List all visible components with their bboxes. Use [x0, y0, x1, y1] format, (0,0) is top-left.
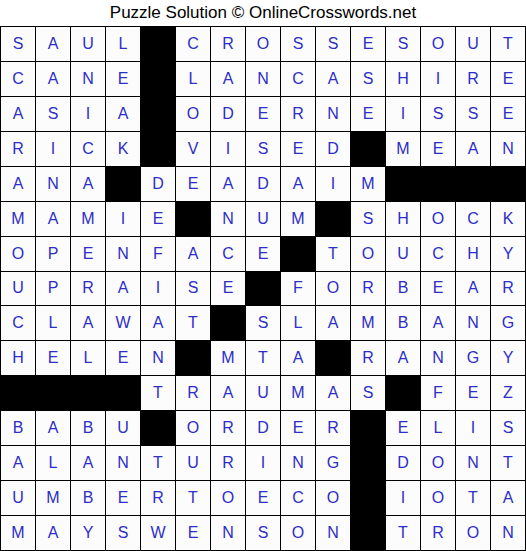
grid-cell-r14c1: U [1, 481, 36, 516]
grid-cell-r15c2: A [36, 516, 71, 551]
grid-cell-r7c9 [281, 237, 316, 272]
grid-cell-r11c8: U [246, 376, 281, 411]
grid-cell-r7c3: E [71, 237, 106, 272]
grid-cell-r10c9: A [281, 341, 316, 376]
grid-cell-r2c14: R [456, 62, 491, 97]
grid-cell-r14c2: M [36, 481, 71, 516]
grid-cell-r8c3: R [71, 272, 106, 307]
grid-cell-r1c14: U [456, 27, 491, 62]
grid-cell-r6c1: M [1, 202, 36, 237]
grid-cell-r10c5: N [141, 341, 176, 376]
grid-cell-r11c6: R [176, 376, 211, 411]
grid-cell-r14c8: E [246, 481, 281, 516]
grid-cell-r14c4: E [106, 481, 141, 516]
grid-cell-r13c10: G [316, 446, 351, 481]
grid-cell-r12c13: L [421, 411, 456, 446]
grid-cell-r7c14: H [456, 237, 491, 272]
grid-cell-r12c8: D [246, 411, 281, 446]
grid-cell-r15c5: W [141, 516, 176, 551]
grid-cell-r13c5: T [141, 446, 176, 481]
grid-cell-r5c6: E [176, 167, 211, 202]
grid-cell-r4c3: C [71, 132, 106, 167]
grid-cell-r6c11: S [351, 202, 386, 237]
grid-cell-r2c8: N [246, 62, 281, 97]
grid-cell-r7c7: C [211, 237, 246, 272]
grid-cell-r13c3: A [71, 446, 106, 481]
grid-cell-r1c15: T [491, 27, 526, 62]
grid-cell-r15c1: M [1, 516, 36, 551]
grid-cell-r4c12: M [386, 132, 421, 167]
grid-cell-r3c5 [141, 97, 176, 132]
grid-cell-r11c3 [71, 376, 106, 411]
grid-cell-r14c10: O [316, 481, 351, 516]
grid-cell-r1c11: E [351, 27, 386, 62]
grid-cell-r15c6: E [176, 516, 211, 551]
grid-cell-r15c9: O [281, 516, 316, 551]
grid-cell-r5c12 [386, 167, 421, 202]
grid-cell-r14c3: B [71, 481, 106, 516]
grid-cell-r8c15: R [491, 272, 526, 307]
grid-cell-r8c14: A [456, 272, 491, 307]
grid-cell-r11c14: E [456, 376, 491, 411]
grid-cell-r6c13: O [421, 202, 456, 237]
grid-cell-r11c13: F [421, 376, 456, 411]
grid-cell-r8c4: A [106, 272, 141, 307]
grid-cell-r1c9: S [281, 27, 316, 62]
grid-cell-r2c13: I [421, 62, 456, 97]
grid-cell-r7c8: E [246, 237, 281, 272]
crossword-grid: SAULCROSSESOUTCANELANCASHIREASIAODERNEIS… [0, 26, 526, 551]
grid-cell-r13c11 [351, 446, 386, 481]
grid-cell-r3c14: S [456, 97, 491, 132]
grid-cell-r5c9: A [281, 167, 316, 202]
grid-cell-r15c14: O [456, 516, 491, 551]
grid-cell-r6c6 [176, 202, 211, 237]
grid-cell-r9c13: A [421, 306, 456, 341]
grid-cell-r2c4: E [106, 62, 141, 97]
grid-cell-r5c7: A [211, 167, 246, 202]
grid-cell-r11c5: T [141, 376, 176, 411]
grid-cell-r13c7: R [211, 446, 246, 481]
grid-cell-r4c6: V [176, 132, 211, 167]
grid-cell-r9c9: L [281, 306, 316, 341]
grid-cell-r7c4: N [106, 237, 141, 272]
grid-cell-r10c7: M [211, 341, 246, 376]
grid-cell-r3c8: E [246, 97, 281, 132]
grid-cell-r12c12: E [386, 411, 421, 446]
grid-cell-r12c4: U [106, 411, 141, 446]
grid-cell-r12c3: B [71, 411, 106, 446]
grid-cell-r10c10 [316, 341, 351, 376]
grid-cell-r9c8: S [246, 306, 281, 341]
grid-cell-r3c7: D [211, 97, 246, 132]
grid-cell-r4c1: R [1, 132, 36, 167]
grid-cell-r4c14: A [456, 132, 491, 167]
grid-cell-r9c3: A [71, 306, 106, 341]
grid-cell-r3c9: R [281, 97, 316, 132]
grid-cell-r9c4: W [106, 306, 141, 341]
grid-cell-r10c13: N [421, 341, 456, 376]
grid-cell-r8c12: B [386, 272, 421, 307]
grid-cell-r1c5 [141, 27, 176, 62]
grid-cell-r15c11 [351, 516, 386, 551]
grid-cell-r10c6 [176, 341, 211, 376]
grid-cell-r12c5 [141, 411, 176, 446]
grid-cell-r4c10: D [316, 132, 351, 167]
grid-cell-r4c8: S [246, 132, 281, 167]
grid-cell-r5c4 [106, 167, 141, 202]
grid-cell-r12c6: O [176, 411, 211, 446]
grid-cell-r10c2: E [36, 341, 71, 376]
grid-cell-r1c1: S [1, 27, 36, 62]
grid-cell-r15c4: S [106, 516, 141, 551]
grid-cell-r4c7: I [211, 132, 246, 167]
grid-cell-r13c14: N [456, 446, 491, 481]
grid-cell-r13c12: D [386, 446, 421, 481]
grid-cell-r2c7: A [211, 62, 246, 97]
grid-cell-r6c15: K [491, 202, 526, 237]
grid-cell-r14c14: T [456, 481, 491, 516]
grid-cell-r1c12: S [386, 27, 421, 62]
grid-cell-r4c4: K [106, 132, 141, 167]
grid-cell-r3c10: N [316, 97, 351, 132]
grid-cell-r8c9: F [281, 272, 316, 307]
grid-cell-r8c7: E [211, 272, 246, 307]
grid-cell-r5c2: N [36, 167, 71, 202]
grid-cell-r7c15: Y [491, 237, 526, 272]
grid-cell-r5c15 [491, 167, 526, 202]
grid-cell-r2c6: L [176, 62, 211, 97]
grid-cell-r8c10: O [316, 272, 351, 307]
grid-cell-r4c2: I [36, 132, 71, 167]
grid-cell-r11c7: A [211, 376, 246, 411]
grid-cell-r3c12: I [386, 97, 421, 132]
grid-cell-r2c11: S [351, 62, 386, 97]
grid-cell-r11c10: A [316, 376, 351, 411]
grid-cell-r6c7: N [211, 202, 246, 237]
grid-cell-r2c3: N [71, 62, 106, 97]
grid-cell-r6c14: C [456, 202, 491, 237]
grid-cell-r6c8: U [246, 202, 281, 237]
grid-cell-r5c10: I [316, 167, 351, 202]
grid-cell-r8c5: I [141, 272, 176, 307]
grid-cell-r9c10: A [316, 306, 351, 341]
grid-cell-r12c14: I [456, 411, 491, 446]
grid-cell-r14c12: I [386, 481, 421, 516]
grid-cell-r7c10: T [316, 237, 351, 272]
grid-cell-r10c12: A [386, 341, 421, 376]
grid-cell-r9c6: T [176, 306, 211, 341]
grid-cell-r14c11 [351, 481, 386, 516]
grid-cell-r4c9: E [281, 132, 316, 167]
grid-cell-r9c7 [211, 306, 246, 341]
grid-cell-r6c9: M [281, 202, 316, 237]
grid-cell-r1c7: R [211, 27, 246, 62]
page-title: Puzzle Solution © OnlineCrosswords.net [0, 0, 526, 26]
grid-cell-r2c12: H [386, 62, 421, 97]
grid-cell-r2c5 [141, 62, 176, 97]
grid-cell-r8c1: U [1, 272, 36, 307]
grid-cell-r15c7: N [211, 516, 246, 551]
grid-cell-r3c15: E [491, 97, 526, 132]
grid-cell-r11c4 [106, 376, 141, 411]
grid-cell-r8c6: S [176, 272, 211, 307]
grid-cell-r9c2: L [36, 306, 71, 341]
grid-cell-r6c12: H [386, 202, 421, 237]
grid-cell-r10c4: E [106, 341, 141, 376]
grid-cell-r5c11: M [351, 167, 386, 202]
grid-cell-r11c9: M [281, 376, 316, 411]
grid-cell-r12c2: A [36, 411, 71, 446]
grid-cell-r11c1 [1, 376, 36, 411]
grid-cell-r6c2: A [36, 202, 71, 237]
grid-cell-r7c11: O [351, 237, 386, 272]
grid-cell-r15c8: S [246, 516, 281, 551]
grid-cell-r12c1: B [1, 411, 36, 446]
grid-cell-r13c4: N [106, 446, 141, 481]
grid-cell-r2c1: C [1, 62, 36, 97]
grid-cell-r14c13: O [421, 481, 456, 516]
grid-cell-r5c8: D [246, 167, 281, 202]
grid-cell-r11c2 [36, 376, 71, 411]
grid-cell-r7c2: P [36, 237, 71, 272]
grid-cell-r12c15: S [491, 411, 526, 446]
grid-cell-r1c6: C [176, 27, 211, 62]
grid-cell-r14c7: O [211, 481, 246, 516]
grid-cell-r11c15: Z [491, 376, 526, 411]
grid-cell-r3c4: A [106, 97, 141, 132]
grid-cell-r2c2: A [36, 62, 71, 97]
grid-cell-r13c8: I [246, 446, 281, 481]
grid-cell-r6c4: I [106, 202, 141, 237]
grid-cell-r10c15: Y [491, 341, 526, 376]
grid-cell-r5c1: A [1, 167, 36, 202]
grid-cell-r2c15: E [491, 62, 526, 97]
grid-cell-r7c1: O [1, 237, 36, 272]
grid-cell-r10c14: G [456, 341, 491, 376]
grid-cell-r15c13: R [421, 516, 456, 551]
grid-cell-r2c9: C [281, 62, 316, 97]
grid-cell-r3c1: A [1, 97, 36, 132]
grid-cell-r1c4: L [106, 27, 141, 62]
grid-cell-r14c6: T [176, 481, 211, 516]
grid-cell-r1c8: O [246, 27, 281, 62]
grid-cell-r4c11 [351, 132, 386, 167]
grid-cell-r14c9: C [281, 481, 316, 516]
grid-cell-r5c14 [456, 167, 491, 202]
grid-cell-r10c11: R [351, 341, 386, 376]
grid-cell-r12c9: E [281, 411, 316, 446]
grid-cell-r7c6: A [176, 237, 211, 272]
grid-cell-r14c5: R [141, 481, 176, 516]
grid-cell-r13c9: N [281, 446, 316, 481]
grid-cell-r3c13: S [421, 97, 456, 132]
grid-cell-r13c2: L [36, 446, 71, 481]
grid-cell-r13c15: T [491, 446, 526, 481]
grid-cell-r4c5 [141, 132, 176, 167]
grid-cell-r7c13: C [421, 237, 456, 272]
grid-cell-r3c6: O [176, 97, 211, 132]
grid-cell-r3c11: E [351, 97, 386, 132]
grid-cell-r12c10: R [316, 411, 351, 446]
grid-cell-r8c8 [246, 272, 281, 307]
grid-cell-r1c3: U [71, 27, 106, 62]
grid-cell-r9c5: A [141, 306, 176, 341]
grid-cell-r12c11 [351, 411, 386, 446]
grid-cell-r15c12: T [386, 516, 421, 551]
grid-cell-r9c11: M [351, 306, 386, 341]
grid-cell-r13c1: A [1, 446, 36, 481]
grid-cell-r5c5: D [141, 167, 176, 202]
grid-cell-r11c12 [386, 376, 421, 411]
grid-cell-r1c2: A [36, 27, 71, 62]
grid-cell-r10c1: H [1, 341, 36, 376]
grid-cell-r13c6: U [176, 446, 211, 481]
grid-cell-r14c15: A [491, 481, 526, 516]
grid-cell-r4c13: E [421, 132, 456, 167]
grid-cell-r13c13: O [421, 446, 456, 481]
grid-cell-r2c10: A [316, 62, 351, 97]
grid-cell-r7c12: U [386, 237, 421, 272]
grid-cell-r9c1: C [1, 306, 36, 341]
grid-cell-r10c8: T [246, 341, 281, 376]
grid-cell-r5c13 [421, 167, 456, 202]
grid-cell-r5c3: A [71, 167, 106, 202]
grid-cell-r1c13: O [421, 27, 456, 62]
grid-cell-r12c7: R [211, 411, 246, 446]
grid-cell-r6c3: M [71, 202, 106, 237]
grid-cell-r1c10: S [316, 27, 351, 62]
grid-cell-r3c3: I [71, 97, 106, 132]
grid-cell-r15c3: Y [71, 516, 106, 551]
grid-cell-r8c13: E [421, 272, 456, 307]
grid-cell-r8c11: R [351, 272, 386, 307]
grid-cell-r9c14: N [456, 306, 491, 341]
grid-cell-r7c5: F [141, 237, 176, 272]
grid-cell-r10c3: L [71, 341, 106, 376]
grid-cell-r3c2: S [36, 97, 71, 132]
grid-cell-r15c15: N [491, 516, 526, 551]
grid-cell-r4c15: N [491, 132, 526, 167]
grid-cell-r6c10 [316, 202, 351, 237]
grid-cell-r15c10: N [316, 516, 351, 551]
grid-cell-r9c15: G [491, 306, 526, 341]
grid-cell-r8c2: P [36, 272, 71, 307]
grid-cell-r11c11: S [351, 376, 386, 411]
grid-cell-r9c12: B [386, 306, 421, 341]
grid-cell-r6c5: E [141, 202, 176, 237]
